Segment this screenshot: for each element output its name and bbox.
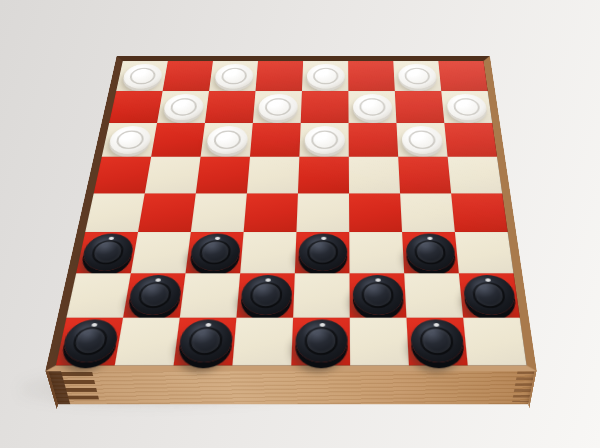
black-piece[interactable]: ⛂ (294, 320, 347, 363)
square-r7-c8[interactable]: ⛂ (459, 273, 520, 317)
photo-background: ⛀⛀⛀⛀⛀⛀⛀⛀⛀⛀⛀⛀⛂⛂⛂⛂⛂⛂⛂⛂⛂⛂⛂⛂ (0, 0, 600, 448)
white-piece[interactable]: ⛀ (397, 64, 437, 89)
square-r1-c5[interactable]: ⛀ (302, 61, 348, 91)
square-r4-c4[interactable] (247, 157, 299, 193)
square-r4-c8[interactable] (448, 157, 503, 193)
piece-glyph: ⛀ (304, 126, 345, 154)
piece-glyph: ⛀ (397, 64, 437, 89)
square-r5-c1[interactable] (85, 193, 145, 232)
square-r2-c7[interactable] (395, 91, 445, 123)
piece-glyph: ⛂ (177, 320, 234, 363)
white-piece[interactable]: ⛀ (121, 64, 164, 89)
square-r5-c8[interactable] (451, 193, 508, 232)
square-r2-c6[interactable]: ⛀ (348, 91, 396, 123)
piece-glyph: ⛂ (352, 275, 403, 315)
square-r5-c5[interactable] (296, 193, 349, 232)
box-front-panel (47, 365, 536, 404)
square-r6-c5[interactable]: ⛂ (295, 232, 350, 273)
piece-glyph: ⛀ (306, 64, 344, 89)
square-r1-c2[interactable] (163, 61, 213, 91)
square-r6-c1[interactable]: ⛂ (76, 232, 138, 273)
square-r5-c6[interactable] (349, 193, 402, 232)
square-r4-c2[interactable] (145, 157, 201, 193)
piece-glyph: ⛂ (409, 320, 464, 363)
square-r8-c7[interactable]: ⛂ (406, 318, 467, 366)
black-piece[interactable]: ⛂ (352, 275, 403, 315)
square-r5-c2[interactable] (138, 193, 196, 232)
square-r7-c1[interactable] (66, 273, 130, 317)
square-r2-c8[interactable]: ⛀ (441, 91, 492, 123)
finger-joints-left (60, 368, 99, 402)
square-r8-c2[interactable] (115, 318, 180, 366)
square-r5-c4[interactable] (244, 193, 298, 232)
square-r1-c8[interactable] (438, 61, 487, 91)
piece-glyph: ⛀ (446, 94, 488, 120)
white-piece[interactable]: ⛀ (257, 94, 297, 120)
black-piece[interactable]: ⛂ (239, 275, 292, 315)
white-piece[interactable]: ⛀ (162, 94, 205, 120)
square-r7-c5[interactable] (293, 273, 350, 317)
square-r6-c3[interactable]: ⛂ (186, 232, 244, 273)
piece-glyph: ⛂ (405, 234, 456, 271)
square-r3-c4[interactable] (250, 123, 301, 157)
white-piece[interactable]: ⛀ (205, 126, 248, 154)
piece-glyph: ⛂ (462, 275, 517, 315)
black-piece[interactable]: ⛂ (409, 320, 464, 363)
square-r3-c1[interactable]: ⛀ (102, 123, 157, 157)
square-r2-c3[interactable] (205, 91, 256, 123)
white-piece[interactable]: ⛀ (446, 94, 488, 120)
white-piece[interactable]: ⛀ (304, 126, 345, 154)
piece-glyph: ⛂ (126, 275, 182, 315)
square-r6-c4[interactable] (240, 232, 296, 273)
square-r1-c4[interactable] (255, 61, 303, 91)
square-r8-c8[interactable] (463, 318, 526, 366)
square-r7-c7[interactable] (404, 273, 463, 317)
black-piece[interactable]: ⛂ (298, 234, 347, 271)
black-piece[interactable]: ⛂ (177, 320, 234, 363)
square-r4-c1[interactable] (94, 157, 151, 193)
square-r3-c3[interactable]: ⛀ (201, 123, 253, 157)
square-r8-c3[interactable]: ⛂ (174, 318, 237, 366)
square-r1-c1[interactable]: ⛀ (116, 61, 168, 91)
piece-glyph: ⛂ (298, 234, 347, 271)
square-r2-c1[interactable] (109, 91, 162, 123)
piece-glyph: ⛀ (213, 64, 253, 89)
square-r7-c4[interactable]: ⛂ (236, 273, 294, 317)
white-piece[interactable]: ⛀ (107, 126, 153, 154)
square-r1-c3[interactable]: ⛀ (209, 61, 258, 91)
square-r3-c5[interactable]: ⛀ (299, 123, 348, 157)
square-r4-c3[interactable] (196, 157, 250, 193)
checkers-board: ⛀⛀⛀⛀⛀⛀⛀⛀⛀⛀⛀⛀⛂⛂⛂⛂⛂⛂⛂⛂⛂⛂⛂⛂ (56, 61, 527, 365)
square-r4-c7[interactable] (398, 157, 451, 193)
checkers-box: ⛀⛀⛀⛀⛀⛀⛀⛀⛀⛀⛀⛀⛂⛂⛂⛂⛂⛂⛂⛂⛂⛂⛂⛂ (45, 56, 536, 371)
square-r5-c7[interactable] (400, 193, 455, 232)
square-r1-c6[interactable] (348, 61, 395, 91)
square-r7-c2[interactable]: ⛂ (123, 273, 185, 317)
white-piece[interactable]: ⛀ (353, 94, 393, 120)
square-r6-c8[interactable] (455, 232, 514, 273)
black-piece[interactable]: ⛂ (126, 275, 182, 315)
black-piece[interactable]: ⛂ (79, 234, 135, 271)
piece-glyph: ⛀ (205, 126, 248, 154)
piece-glyph: ⛀ (353, 94, 393, 120)
piece-glyph: ⛀ (257, 94, 297, 120)
square-r8-c6[interactable] (350, 318, 409, 366)
square-r7-c6[interactable]: ⛂ (350, 273, 407, 317)
piece-glyph: ⛀ (121, 64, 164, 89)
black-piece[interactable]: ⛂ (462, 275, 517, 315)
square-r6-c2[interactable] (131, 232, 191, 273)
square-r6-c7[interactable]: ⛂ (402, 232, 459, 273)
black-piece[interactable]: ⛂ (59, 320, 120, 363)
square-r7-c3[interactable] (180, 273, 240, 317)
square-r3-c6[interactable] (349, 123, 399, 157)
piece-glyph: ⛂ (239, 275, 292, 315)
finger-joints-right (512, 368, 535, 402)
piece-glyph: ⛀ (162, 94, 205, 120)
black-piece[interactable]: ⛂ (405, 234, 456, 271)
piece-glyph: ⛂ (79, 234, 135, 271)
piece-glyph: ⛂ (59, 320, 120, 363)
square-r3-c2[interactable] (151, 123, 205, 157)
square-r4-c6[interactable] (349, 157, 400, 193)
black-piece[interactable]: ⛂ (188, 234, 240, 271)
square-r8-c4[interactable] (232, 318, 293, 366)
square-r8-c1[interactable]: ⛂ (56, 318, 123, 366)
piece-glyph: ⛀ (107, 126, 153, 154)
piece-glyph: ⛂ (294, 320, 347, 363)
square-r3-c8[interactable] (444, 123, 497, 157)
square-r2-c4[interactable]: ⛀ (253, 91, 302, 123)
board-perspective-wrapper: ⛀⛀⛀⛀⛀⛀⛀⛀⛀⛀⛀⛀⛂⛂⛂⛂⛂⛂⛂⛂⛂⛂⛂⛂ (0, 0, 600, 448)
square-r5-c3[interactable] (191, 193, 247, 232)
white-piece[interactable]: ⛀ (306, 64, 344, 89)
square-r3-c7[interactable]: ⛀ (396, 123, 447, 157)
square-r8-c5[interactable]: ⛂ (291, 318, 350, 366)
square-r4-c5[interactable] (298, 157, 349, 193)
piece-glyph: ⛂ (188, 234, 240, 271)
white-piece[interactable]: ⛀ (401, 126, 443, 154)
square-r1-c7[interactable]: ⛀ (393, 61, 441, 91)
square-r6-c6[interactable] (349, 232, 404, 273)
square-r2-c2[interactable]: ⛀ (157, 91, 209, 123)
piece-glyph: ⛀ (401, 126, 443, 154)
square-r2-c5[interactable] (301, 91, 349, 123)
white-piece[interactable]: ⛀ (213, 64, 253, 89)
